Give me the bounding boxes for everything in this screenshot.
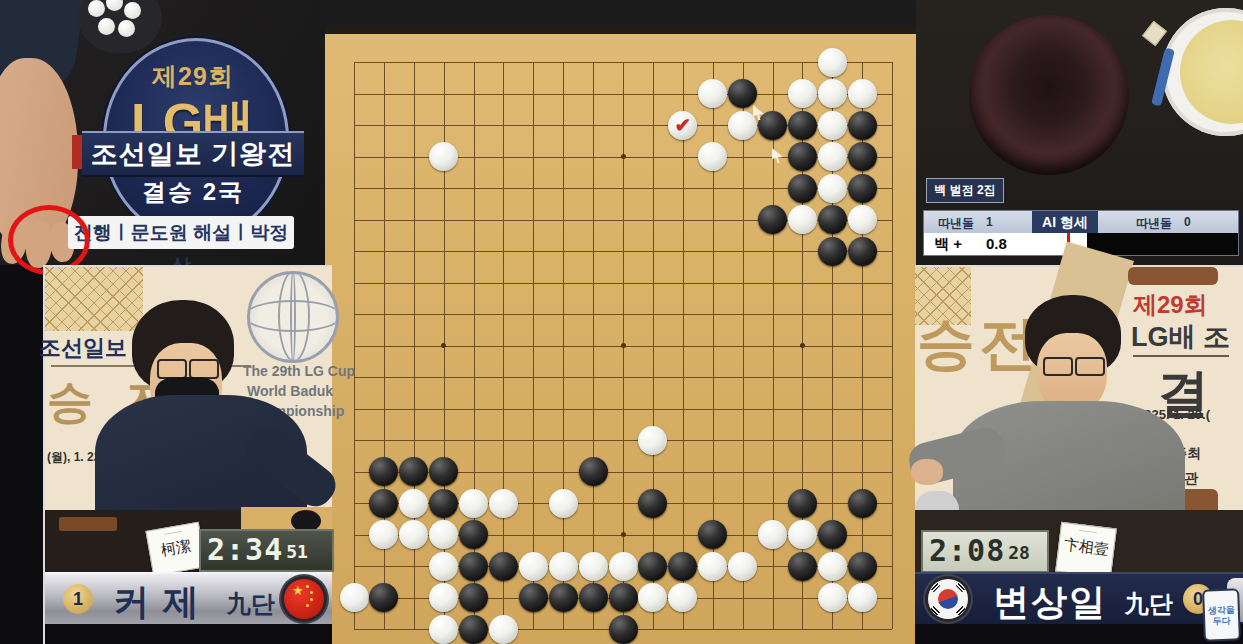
- white-stone-D4: [429, 520, 458, 549]
- black-stone-P14: [758, 205, 787, 234]
- black-stone-Q16: [788, 142, 817, 171]
- black-stone-R14: [818, 205, 847, 234]
- player-glasses: [189, 359, 219, 379]
- black-stone-L5: [638, 489, 667, 518]
- black-stone-P17: [758, 111, 787, 140]
- grid-line: [892, 62, 893, 629]
- black-stone-M3: [668, 552, 697, 581]
- black-stone-K2: [609, 583, 638, 612]
- poster-title: LG배 조: [1131, 319, 1230, 355]
- right-nameplate: 변상일 九단 0: [915, 572, 1243, 628]
- black-stone-S15: [848, 174, 877, 203]
- white-stone-R18: [818, 79, 847, 108]
- white-stone-M2: [668, 583, 697, 612]
- black-stone-E1: [459, 615, 488, 644]
- white-stone-C4: [399, 520, 428, 549]
- white-stone-E5: [459, 489, 488, 518]
- player-hand: [911, 459, 943, 485]
- black-stone-S17: [848, 111, 877, 140]
- captures-right-value: 0: [1184, 215, 1191, 229]
- star-point: [621, 154, 626, 159]
- star-point: [441, 343, 446, 348]
- poster-cup-line2: World Baduk: [247, 383, 333, 399]
- black-stone-E2: [459, 583, 488, 612]
- white-stone-O3: [728, 552, 757, 581]
- lg-cup-globe-icon: [247, 271, 339, 363]
- black-stone-N4: [698, 520, 727, 549]
- white-stone-J3: [579, 552, 608, 581]
- black-stone-Q17: [788, 111, 817, 140]
- black-stone-D6: [429, 457, 458, 486]
- white-stone-Q18: [788, 79, 817, 108]
- left-player-rank: 九단: [227, 588, 275, 620]
- go-bowl-knob: [1031, 77, 1067, 113]
- black-stone-Q15: [788, 174, 817, 203]
- black-stone-E3: [459, 552, 488, 581]
- black-stone-S16: [848, 142, 877, 171]
- white-stone-K3: [609, 552, 638, 581]
- china-flag: ★: [281, 576, 327, 622]
- clock-hours-minutes: 2:08: [929, 533, 1005, 568]
- white-stone-R17: [818, 111, 847, 140]
- white-stone-C5: [399, 489, 428, 518]
- black-stone-C6: [399, 457, 428, 486]
- korea-flag: [925, 576, 971, 622]
- white-stone-R3: [818, 552, 847, 581]
- black-stone-Q3: [788, 552, 817, 581]
- white-stone-R2: [818, 583, 847, 612]
- ai-panel-title: AI 형세: [1032, 211, 1098, 233]
- star-point: [621, 343, 626, 348]
- white-stone-H3: [549, 552, 578, 581]
- white-stone-N3: [698, 552, 727, 581]
- star-point: [621, 532, 626, 537]
- captures-left-label: 따낸돌: [938, 215, 974, 232]
- clock-seconds: 51: [286, 541, 308, 562]
- eval-label: 백 +: [934, 235, 962, 254]
- grid-line: [743, 62, 744, 629]
- white-stone-P4: [758, 520, 787, 549]
- ai-panel-header: 따낸돌 1 AI 형세 따낸돌 0: [924, 211, 1238, 233]
- black-stone-H2: [549, 583, 578, 612]
- star-point: [800, 343, 805, 348]
- panel-footer: [915, 624, 1243, 644]
- black-stone-S3: [848, 552, 877, 581]
- grid-line: [683, 62, 684, 629]
- grid-line: [354, 377, 892, 378]
- penalty-badge: 백 벌점 2집: [926, 178, 1004, 203]
- player-glasses: [157, 359, 187, 379]
- black-stone-S13: [848, 237, 877, 266]
- board-edge: [325, 28, 916, 34]
- left-player-name: 커 제: [113, 578, 201, 627]
- grid-line: [354, 409, 892, 410]
- black-stone-F3: [489, 552, 518, 581]
- left-match-score: 1: [63, 584, 93, 614]
- black-stone-R13: [818, 237, 847, 266]
- poster-goban-art: [45, 267, 143, 331]
- black-stone-K1: [609, 615, 638, 644]
- black-stone-L3: [638, 552, 667, 581]
- right-player-panel: 승전 제29회 LG배 조 결 2025. 1. 20.( 주최 주관 2:08…: [915, 265, 1243, 644]
- white-stone-R15: [818, 174, 847, 203]
- white-stone-R19: [818, 48, 847, 77]
- broadcast-frame: 제29회 LG배 조선일보 기왕전 결승 2국 진행ㅣ문도원 해설ㅣ박정상 ✔ …: [0, 0, 1243, 644]
- right-player-name: 변상일: [993, 578, 1107, 627]
- black-stone-J6: [579, 457, 608, 486]
- right-game-clock: 2:0828: [921, 530, 1049, 573]
- white-stone-S14: [848, 205, 877, 234]
- black-stone-O18: [728, 79, 757, 108]
- black-stone-B5: [369, 489, 398, 518]
- black-stone-J2: [579, 583, 608, 612]
- white-stone-Q14: [788, 205, 817, 234]
- left-margin: [0, 265, 43, 644]
- logo-round: 결승 2국: [103, 176, 283, 208]
- poster-rule: [1133, 355, 1229, 357]
- grid-line: [653, 62, 654, 629]
- white-stone-D3: [429, 552, 458, 581]
- black-stone-R4: [818, 520, 847, 549]
- white-stone-L7: [638, 426, 667, 455]
- chair-armrest: [1128, 267, 1218, 285]
- black-winrate-segment: [1087, 233, 1238, 255]
- white-stone-S18: [848, 79, 877, 108]
- black-stone-B2: [369, 583, 398, 612]
- clock-seconds: 28: [1008, 542, 1030, 563]
- left-nameplate: 1 커 제 九단 ★: [45, 572, 332, 628]
- channel-watermark: 생각을두다: [1202, 588, 1241, 641]
- left-player-panel: 조선일보 기왕전 승 전 (월), 1. 22.(수), 1. 23 조선일보 …: [43, 265, 332, 644]
- left-name-card: ───── 柯潔: [145, 522, 206, 577]
- player-glasses: [1043, 357, 1073, 376]
- white-stone-F1: [489, 615, 518, 644]
- eval-value: 0.8: [986, 235, 1007, 252]
- poster-big-text: 승전: [917, 305, 1041, 383]
- white-stone-D2: [429, 583, 458, 612]
- poster-cup-line1: The 29th LG Cup: [243, 363, 355, 379]
- white-stone-A2: [340, 583, 369, 612]
- go-board: ✔: [325, 28, 916, 644]
- white-stone-D1: [429, 615, 458, 644]
- black-stone-D5: [429, 489, 458, 518]
- wood-block: [59, 517, 117, 531]
- black-stone-G2: [519, 583, 548, 612]
- caption-bar: 진행ㅣ문도원 해설ㅣ박정상: [68, 216, 294, 249]
- right-name-card: ───── 卞相壹: [1055, 522, 1117, 578]
- white-stone-G3: [519, 552, 548, 581]
- white-stone-B4: [369, 520, 398, 549]
- black-stone-Q5: [788, 489, 817, 518]
- name-card-name: 卞相壹: [1058, 535, 1114, 560]
- white-stone-R16: [818, 142, 847, 171]
- black-stone-B6: [369, 457, 398, 486]
- black-stone-S5: [848, 489, 877, 518]
- white-stone-O17: [728, 111, 757, 140]
- right-player-rank: 九단: [1125, 588, 1173, 620]
- white-stone-F5: [489, 489, 518, 518]
- white-stone-N16: [698, 142, 727, 171]
- left-game-clock: 2:3451: [199, 529, 334, 572]
- white-stone-H5: [549, 489, 578, 518]
- white-stone-L2: [638, 583, 667, 612]
- captures-left-value: 1: [986, 215, 993, 229]
- captures-right-label: 따낸돌: [1136, 215, 1172, 232]
- logo-ribbon: 조선일보 기왕전: [82, 131, 304, 177]
- panel-footer: [45, 624, 332, 644]
- grid-line: [354, 440, 892, 441]
- white-stone-N18: [698, 79, 727, 108]
- player-glasses: [1075, 357, 1105, 376]
- clock-hours-minutes: 2:34: [207, 532, 283, 567]
- white-stone-S2: [848, 583, 877, 612]
- white-stone-Q4: [788, 520, 817, 549]
- white-stone-D16: [429, 142, 458, 171]
- poster-edition: 제29회: [1133, 289, 1208, 321]
- last-move-marker: ✔: [668, 111, 697, 140]
- black-stone-E4: [459, 520, 488, 549]
- name-card-name: 柯潔: [149, 535, 204, 563]
